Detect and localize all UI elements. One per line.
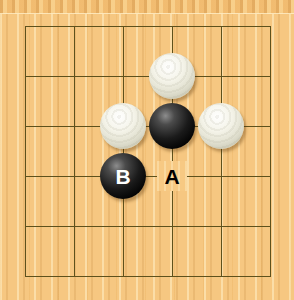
point-label-B[interactable]: B — [108, 161, 138, 191]
grid-line-horizontal — [25, 76, 271, 77]
grid-line-horizontal — [25, 226, 271, 227]
grid-line-vertical — [74, 26, 75, 277]
grid-line-vertical — [25, 26, 26, 277]
board-grid: AB — [0, 0, 294, 300]
white-stone — [198, 103, 244, 149]
grid-line-horizontal — [25, 276, 271, 277]
point-label-A[interactable]: A — [157, 161, 187, 191]
black-stone — [149, 103, 195, 149]
grid-line-vertical — [123, 26, 124, 277]
grid-line-vertical — [221, 26, 222, 277]
grid-line-vertical — [270, 26, 271, 277]
white-stone — [149, 53, 195, 99]
grid-line-horizontal — [25, 26, 271, 27]
white-stone — [100, 103, 146, 149]
grid-line-horizontal — [25, 176, 271, 177]
go-board: AB — [0, 0, 294, 300]
